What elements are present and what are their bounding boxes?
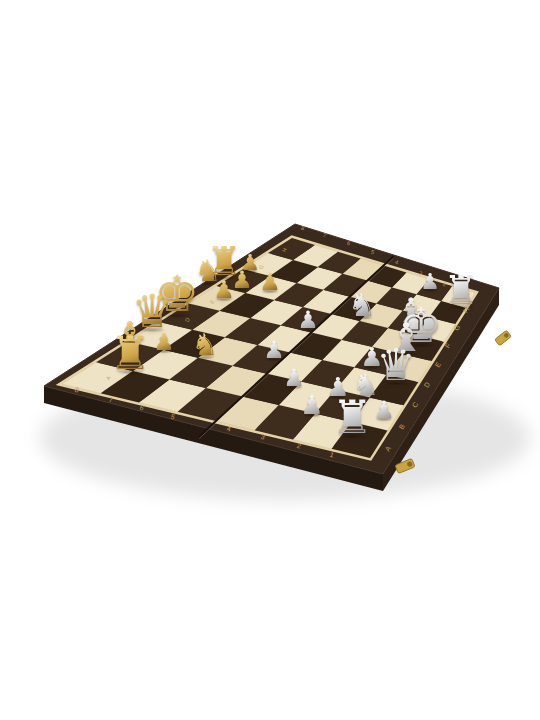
product-photo-stage: 87654321ABCDEFGHABCDEFGH12345678 ♟♜♞♟♟♟♟… xyxy=(0,0,540,720)
brass-clasp-right xyxy=(495,330,512,346)
chess-board: 87654321ABCDEFGHABCDEFGH12345678 xyxy=(0,0,540,720)
